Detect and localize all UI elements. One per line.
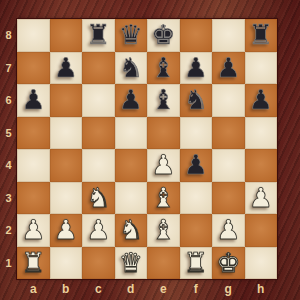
rank-label-3: 3 bbox=[0, 182, 17, 215]
square-a7[interactable] bbox=[17, 52, 50, 85]
piece-white-pawn[interactable]: ♟ bbox=[54, 214, 78, 246]
rank-label-4: 4 bbox=[0, 149, 17, 182]
square-f2[interactable] bbox=[180, 214, 213, 247]
square-f7[interactable]: ♟ bbox=[180, 52, 213, 85]
square-b7[interactable]: ♟ bbox=[50, 52, 83, 85]
square-e6[interactable]: ♝ bbox=[147, 84, 180, 117]
piece-white-knight[interactable]: ♞ bbox=[86, 182, 110, 214]
square-h7[interactable] bbox=[245, 52, 278, 85]
square-g5[interactable] bbox=[212, 117, 245, 150]
rank-label-1: 1 bbox=[0, 247, 17, 280]
square-f4[interactable]: ♟ bbox=[180, 149, 213, 182]
square-g3[interactable] bbox=[212, 182, 245, 215]
piece-black-pawn[interactable]: ♟ bbox=[249, 84, 273, 116]
piece-black-pawn[interactable]: ♟ bbox=[54, 52, 78, 84]
square-g7[interactable]: ♟ bbox=[212, 52, 245, 85]
file-label-a: a bbox=[17, 278, 50, 300]
rank-label-8: 8 bbox=[0, 19, 17, 52]
square-e7[interactable]: ♝ bbox=[147, 52, 180, 85]
file-label-f: f bbox=[180, 278, 213, 300]
square-e3[interactable]: ♝ bbox=[147, 182, 180, 215]
square-d3[interactable] bbox=[115, 182, 148, 215]
piece-white-knight[interactable]: ♞ bbox=[119, 214, 143, 246]
square-a6[interactable]: ♟ bbox=[17, 84, 50, 117]
square-c2[interactable]: ♟ bbox=[82, 214, 115, 247]
square-h8[interactable]: ♜ bbox=[245, 19, 278, 52]
piece-white-pawn[interactable]: ♟ bbox=[86, 214, 110, 246]
square-d7[interactable]: ♞ bbox=[115, 52, 148, 85]
rank-label-5: 5 bbox=[0, 117, 17, 150]
piece-black-rook[interactable]: ♜ bbox=[249, 19, 273, 51]
square-h4[interactable] bbox=[245, 149, 278, 182]
piece-white-rook[interactable]: ♜ bbox=[184, 247, 208, 279]
file-label-g: g bbox=[212, 278, 245, 300]
square-h2[interactable] bbox=[245, 214, 278, 247]
rank-label-7: 7 bbox=[0, 52, 17, 85]
square-h6[interactable]: ♟ bbox=[245, 84, 278, 117]
square-b1[interactable] bbox=[50, 247, 83, 280]
square-g1[interactable]: ♚ bbox=[212, 247, 245, 280]
square-d6[interactable]: ♟ bbox=[115, 84, 148, 117]
square-d4[interactable] bbox=[115, 149, 148, 182]
file-label-h: h bbox=[245, 278, 278, 300]
piece-black-pawn[interactable]: ♟ bbox=[119, 84, 143, 116]
square-g2[interactable]: ♟ bbox=[212, 214, 245, 247]
rank-labels: 87654321 bbox=[0, 19, 17, 279]
square-a8[interactable] bbox=[17, 19, 50, 52]
chess-diagram: 87654321 ♜♛♚♜♟♞♝♟♟♟♟♝♞♟♟♟♞♝♟♟♟♟♞♝♟♜♛♜♚ a… bbox=[0, 0, 300, 300]
chess-board: ♜♛♚♜♟♞♝♟♟♟♟♝♞♟♟♟♞♝♟♟♟♟♞♝♟♜♛♜♚ bbox=[17, 19, 277, 279]
piece-white-pawn[interactable]: ♟ bbox=[216, 214, 240, 246]
square-c5[interactable] bbox=[82, 117, 115, 150]
square-b3[interactable] bbox=[50, 182, 83, 215]
square-d8[interactable]: ♛ bbox=[115, 19, 148, 52]
piece-white-bishop[interactable]: ♝ bbox=[151, 182, 175, 214]
piece-white-king[interactable]: ♚ bbox=[216, 247, 240, 279]
square-f1[interactable]: ♜ bbox=[180, 247, 213, 280]
square-g8[interactable] bbox=[212, 19, 245, 52]
square-f6[interactable]: ♞ bbox=[180, 84, 213, 117]
square-d2[interactable]: ♞ bbox=[115, 214, 148, 247]
square-f8[interactable] bbox=[180, 19, 213, 52]
square-b4[interactable] bbox=[50, 149, 83, 182]
square-c3[interactable]: ♞ bbox=[82, 182, 115, 215]
square-g4[interactable] bbox=[212, 149, 245, 182]
square-b5[interactable] bbox=[50, 117, 83, 150]
square-g6[interactable] bbox=[212, 84, 245, 117]
piece-white-pawn[interactable]: ♟ bbox=[21, 214, 45, 246]
square-c1[interactable] bbox=[82, 247, 115, 280]
file-label-c: c bbox=[82, 278, 115, 300]
square-e4[interactable]: ♟ bbox=[147, 149, 180, 182]
piece-black-knight[interactable]: ♞ bbox=[119, 52, 143, 84]
piece-black-bishop[interactable]: ♝ bbox=[151, 84, 175, 116]
square-e2[interactable]: ♝ bbox=[147, 214, 180, 247]
square-a5[interactable] bbox=[17, 117, 50, 150]
square-f3[interactable] bbox=[180, 182, 213, 215]
square-c6[interactable] bbox=[82, 84, 115, 117]
square-h3[interactable]: ♟ bbox=[245, 182, 278, 215]
piece-white-pawn[interactable]: ♟ bbox=[151, 149, 175, 181]
square-c4[interactable] bbox=[82, 149, 115, 182]
square-a2[interactable]: ♟ bbox=[17, 214, 50, 247]
piece-black-pawn[interactable]: ♟ bbox=[21, 84, 45, 116]
square-d5[interactable] bbox=[115, 117, 148, 150]
square-a4[interactable] bbox=[17, 149, 50, 182]
square-b8[interactable] bbox=[50, 19, 83, 52]
square-c7[interactable] bbox=[82, 52, 115, 85]
square-b2[interactable]: ♟ bbox=[50, 214, 83, 247]
piece-white-bishop[interactable]: ♝ bbox=[151, 214, 175, 246]
square-c8[interactable]: ♜ bbox=[82, 19, 115, 52]
piece-black-pawn[interactable]: ♟ bbox=[184, 52, 208, 84]
rank-label-2: 2 bbox=[0, 214, 17, 247]
piece-black-queen[interactable]: ♛ bbox=[119, 19, 143, 51]
piece-black-rook[interactable]: ♜ bbox=[86, 19, 110, 51]
piece-black-king[interactable]: ♚ bbox=[151, 19, 175, 51]
piece-black-knight[interactable]: ♞ bbox=[184, 84, 208, 116]
piece-white-queen[interactable]: ♛ bbox=[119, 247, 143, 279]
file-label-b: b bbox=[50, 278, 83, 300]
square-a3[interactable] bbox=[17, 182, 50, 215]
rank-label-6: 6 bbox=[0, 84, 17, 117]
square-h1[interactable] bbox=[245, 247, 278, 280]
file-label-e: e bbox=[147, 278, 180, 300]
piece-black-bishop[interactable]: ♝ bbox=[151, 52, 175, 84]
square-e8[interactable]: ♚ bbox=[147, 19, 180, 52]
piece-white-pawn[interactable]: ♟ bbox=[249, 182, 273, 214]
square-f5[interactable] bbox=[180, 117, 213, 150]
square-a1[interactable]: ♜ bbox=[17, 247, 50, 280]
square-d1[interactable]: ♛ bbox=[115, 247, 148, 280]
file-label-d: d bbox=[115, 278, 148, 300]
piece-white-rook[interactable]: ♜ bbox=[21, 247, 45, 279]
square-b6[interactable] bbox=[50, 84, 83, 117]
file-labels: abcdefgh bbox=[17, 278, 277, 300]
square-e1[interactable] bbox=[147, 247, 180, 280]
piece-black-pawn[interactable]: ♟ bbox=[216, 52, 240, 84]
square-h5[interactable] bbox=[245, 117, 278, 150]
piece-black-pawn[interactable]: ♟ bbox=[184, 149, 208, 181]
square-e5[interactable] bbox=[147, 117, 180, 150]
